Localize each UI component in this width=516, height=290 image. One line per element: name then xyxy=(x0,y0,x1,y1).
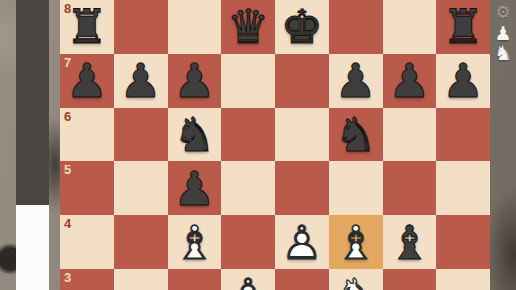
square-a8[interactable]: 8♜ xyxy=(60,0,114,54)
piece-black-pawn-f7[interactable]: ♟ xyxy=(329,54,383,108)
square-f7[interactable]: ♟ xyxy=(329,54,383,108)
square-f8[interactable] xyxy=(329,0,383,54)
piece-black-rook-a8[interactable]: ♜ xyxy=(60,0,114,54)
piece-black-pawn-c5[interactable]: ♟ xyxy=(168,161,222,215)
square-e5[interactable] xyxy=(275,161,329,215)
square-a5[interactable]: 5 xyxy=(60,161,114,215)
square-a3[interactable]: 3 xyxy=(60,269,114,290)
square-b7[interactable]: ♟ xyxy=(114,54,168,108)
square-c4[interactable]: ♝♗ xyxy=(168,215,222,269)
left-white-bar xyxy=(16,205,49,290)
square-e4[interactable]: ♟♙ xyxy=(275,215,329,269)
rank-label-5: 5 xyxy=(64,163,71,176)
square-h8[interactable]: ♜ xyxy=(436,0,490,54)
piece-black-queen-d8[interactable]: ♛ xyxy=(221,0,275,54)
square-b6[interactable] xyxy=(114,108,168,162)
square-f5[interactable] xyxy=(329,161,383,215)
rank-label-6: 6 xyxy=(64,110,71,123)
square-c6[interactable]: ♞ xyxy=(168,108,222,162)
piece-white-pawn-d3[interactable]: ♟♙ xyxy=(221,269,275,290)
square-h3[interactable] xyxy=(436,269,490,290)
left-dark-bar xyxy=(16,0,49,205)
square-g4[interactable]: ♝ xyxy=(383,215,437,269)
square-c3[interactable] xyxy=(168,269,222,290)
white-knight-icon[interactable]: ♞ xyxy=(494,43,512,63)
square-h7[interactable]: ♟ xyxy=(436,54,490,108)
square-a6[interactable]: 6 xyxy=(60,108,114,162)
square-b4[interactable] xyxy=(114,215,168,269)
gear-icon[interactable]: ⚙ xyxy=(495,4,510,21)
square-d3[interactable]: ♟♙ xyxy=(221,269,275,290)
chess-board: 8♜♛♚♜7♟♟♟♟♟♟6♞♞5♟4♝♗♟♙♝♗♝3♟♙♞♘ xyxy=(60,0,490,290)
square-g6[interactable] xyxy=(383,108,437,162)
square-g7[interactable]: ♟ xyxy=(383,54,437,108)
rank-label-3: 3 xyxy=(64,271,71,284)
square-h6[interactable] xyxy=(436,108,490,162)
piece-black-pawn-c7[interactable]: ♟ xyxy=(168,54,222,108)
square-d4[interactable] xyxy=(221,215,275,269)
square-b8[interactable] xyxy=(114,0,168,54)
square-g5[interactable] xyxy=(383,161,437,215)
square-f4[interactable]: ♝♗ xyxy=(329,215,383,269)
square-a7[interactable]: 7♟ xyxy=(60,54,114,108)
piece-white-bishop-c4[interactable]: ♝♗ xyxy=(168,215,222,269)
square-d6[interactable] xyxy=(221,108,275,162)
square-a4[interactable]: 4 xyxy=(60,215,114,269)
piece-white-bishop-f4[interactable]: ♝♗ xyxy=(329,215,383,269)
square-g8[interactable] xyxy=(383,0,437,54)
piece-black-rook-h8[interactable]: ♜ xyxy=(436,0,490,54)
square-c7[interactable]: ♟ xyxy=(168,54,222,108)
piece-black-pawn-b7[interactable]: ♟ xyxy=(114,54,168,108)
square-g3[interactable] xyxy=(383,269,437,290)
square-d8[interactable]: ♛ xyxy=(221,0,275,54)
piece-black-knight-c6[interactable]: ♞ xyxy=(168,108,222,162)
square-h4[interactable] xyxy=(436,215,490,269)
piece-black-bishop-g4[interactable]: ♝ xyxy=(383,215,437,269)
square-f6[interactable]: ♞ xyxy=(329,108,383,162)
square-e3[interactable] xyxy=(275,269,329,290)
piece-white-pawn-e4[interactable]: ♟♙ xyxy=(275,215,329,269)
square-c5[interactable]: ♟ xyxy=(168,161,222,215)
square-e6[interactable] xyxy=(275,108,329,162)
piece-black-pawn-g7[interactable]: ♟ xyxy=(383,54,437,108)
overlay-toolbar: ⚙ ♟ ♞ xyxy=(492,4,514,63)
square-f3[interactable]: ♞♘ xyxy=(329,269,383,290)
square-b3[interactable] xyxy=(114,269,168,290)
piece-black-pawn-h7[interactable]: ♟ xyxy=(436,54,490,108)
piece-white-knight-f3[interactable]: ♞♘ xyxy=(329,269,383,290)
square-e8[interactable]: ♚ xyxy=(275,0,329,54)
rank-label-4: 4 xyxy=(64,217,71,230)
video-frame: 8♜♛♚♜7♟♟♟♟♟♟6♞♞5♟4♝♗♟♙♝♗♝3♟♙♞♘ ⚙ ♟ ♞ xyxy=(0,0,516,290)
piece-black-king-e8[interactable]: ♚ xyxy=(275,0,329,54)
square-d7[interactable] xyxy=(221,54,275,108)
square-c8[interactable] xyxy=(168,0,222,54)
square-e7[interactable] xyxy=(275,54,329,108)
square-d5[interactable] xyxy=(221,161,275,215)
piece-black-pawn-a7[interactable]: ♟ xyxy=(60,54,114,108)
piece-black-knight-f6[interactable]: ♞ xyxy=(329,108,383,162)
square-h5[interactable] xyxy=(436,161,490,215)
square-b5[interactable] xyxy=(114,161,168,215)
